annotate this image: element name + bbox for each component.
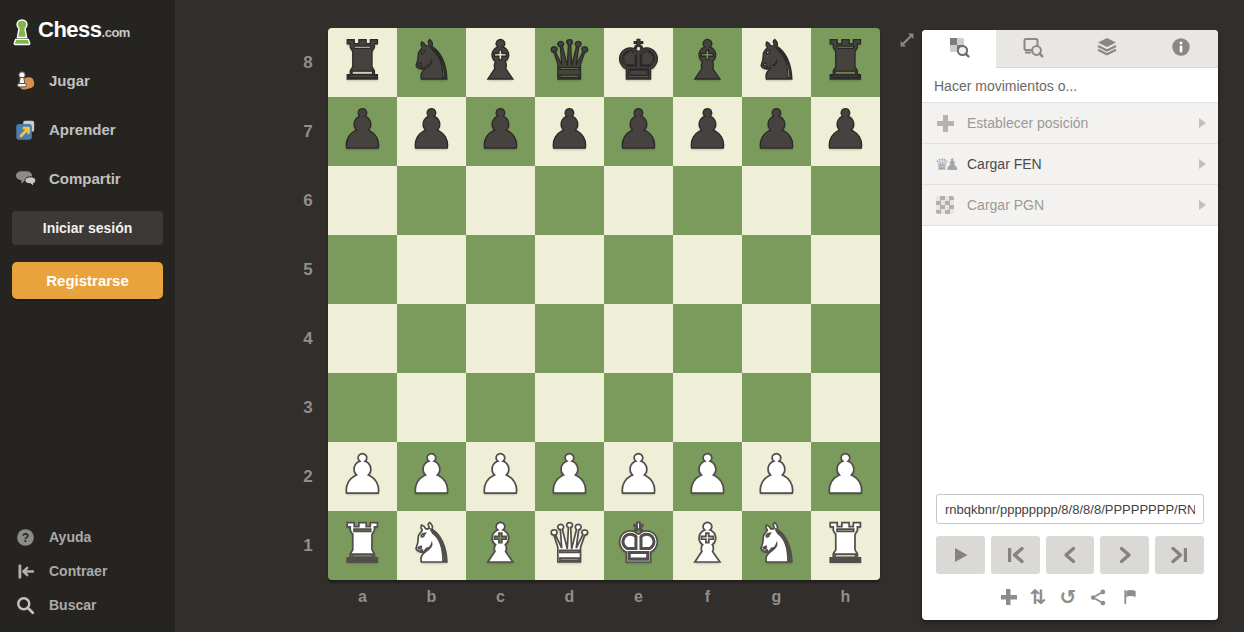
black-knight[interactable]: ♞ <box>742 28 811 97</box>
chevron-right-icon <box>1199 159 1206 169</box>
square-f6[interactable] <box>673 166 742 235</box>
chevron-right-icon <box>1199 200 1206 210</box>
white-bishop[interactable]: ♝ <box>673 511 742 580</box>
square-h1[interactable]: ♜ <box>811 511 880 580</box>
file-label-g: g <box>742 582 811 612</box>
square-h7[interactable]: ♟ <box>811 97 880 166</box>
square-g3[interactable] <box>742 373 811 442</box>
white-pawn[interactable]: ♟ <box>397 442 466 511</box>
square-b6[interactable] <box>397 166 466 235</box>
play-button[interactable] <box>936 536 985 574</box>
white-queen[interactable]: ♛ <box>535 511 604 580</box>
white-pawn[interactable]: ♟ <box>328 442 397 511</box>
brand-name: Chess.com <box>38 17 130 43</box>
go-to-start-button[interactable] <box>991 536 1040 574</box>
rank-label-4: 4 <box>294 304 322 373</box>
file-label-h: h <box>811 582 880 612</box>
action-label: Cargar PGN <box>967 197 1044 213</box>
black-knight[interactable]: ♞ <box>397 28 466 97</box>
next-move-button[interactable] <box>1100 536 1149 574</box>
black-queen[interactable]: ♛ <box>535 28 604 97</box>
black-pawn[interactable]: ♟ <box>466 97 535 166</box>
white-knight[interactable]: ♞ <box>397 511 466 580</box>
sidebar-item-label: Aprender <box>49 121 116 138</box>
search-icon <box>13 593 37 617</box>
square-c1[interactable]: ♝ <box>466 511 535 580</box>
square-b3[interactable] <box>397 373 466 442</box>
black-pawn[interactable]: ♟ <box>604 97 673 166</box>
white-pawn[interactable]: ♟ <box>742 442 811 511</box>
square-h2[interactable]: ♟ <box>811 442 880 511</box>
chesscom-pawn-icon <box>10 18 34 42</box>
rank-label-5: 5 <box>294 235 322 304</box>
file-label-c: c <box>466 582 535 612</box>
black-pawn[interactable]: ♟ <box>397 97 466 166</box>
info-icon <box>1170 36 1192 62</box>
load-pgn-row[interactable]: Cargar PGN <box>922 185 1218 226</box>
black-king[interactable]: ♚ <box>604 28 673 97</box>
file-label-a: a <box>328 582 397 612</box>
square-h8[interactable]: ♜ <box>811 28 880 97</box>
square-h3[interactable] <box>811 373 880 442</box>
footer-item-label: Contraer <box>49 563 107 579</box>
sidebar-item-compartir[interactable]: Compartir <box>0 154 175 203</box>
black-bishop[interactable]: ♝ <box>466 28 535 97</box>
rank-label-3: 3 <box>294 373 322 442</box>
black-pawn[interactable]: ♟ <box>811 97 880 166</box>
plus-icon <box>934 115 956 132</box>
rank-labels: 87654321 <box>294 28 322 580</box>
sidebar-footer-nav: ? Ayuda Contraer Buscar <box>0 520 175 632</box>
black-rook[interactable]: ♜ <box>328 28 397 97</box>
sidebar-item-aprender[interactable]: Aprender <box>0 105 175 154</box>
go-to-end-button[interactable] <box>1155 536 1204 574</box>
square-c4[interactable] <box>466 304 535 373</box>
sidebar-item-label: Compartir <box>49 170 121 187</box>
footer-item-label: Buscar <box>49 597 96 613</box>
black-rook[interactable]: ♜ <box>811 28 880 97</box>
sidebar-item-contraer[interactable]: Contraer <box>0 554 175 588</box>
hand-holding-pawn-icon <box>13 69 37 93</box>
square-f3[interactable] <box>673 373 742 442</box>
square-a3[interactable] <box>328 373 397 442</box>
rank-label-6: 6 <box>294 166 322 235</box>
chevron-right-icon <box>1199 118 1206 128</box>
square-d7[interactable]: ♟ <box>535 97 604 166</box>
square-e7[interactable]: ♟ <box>604 97 673 166</box>
playback-controls <box>922 524 1218 574</box>
square-c5[interactable] <box>466 235 535 304</box>
square-e2[interactable]: ♟ <box>604 442 673 511</box>
square-e8[interactable]: ♚ <box>604 28 673 97</box>
sidebar-item-ayuda[interactable]: ? Ayuda <box>0 520 175 554</box>
square-g8[interactable]: ♞ <box>742 28 811 97</box>
square-d4[interactable] <box>535 304 604 373</box>
tab-analysis-board[interactable] <box>922 30 996 68</box>
square-d2[interactable]: ♟ <box>535 442 604 511</box>
square-h5[interactable] <box>811 235 880 304</box>
square-h4[interactable] <box>811 304 880 373</box>
square-a7[interactable]: ♟ <box>328 97 397 166</box>
white-pawn[interactable]: ♟ <box>466 442 535 511</box>
square-e3[interactable] <box>604 373 673 442</box>
question-circle-icon: ? <box>13 525 37 549</box>
file-label-e: e <box>604 582 673 612</box>
square-a1[interactable]: ♜ <box>328 511 397 580</box>
square-b7[interactable]: ♟ <box>397 97 466 166</box>
chess-board[interactable]: ♜♞♝♛♚♝♞♜♟♟♟♟♟♟♟♟♟♟♟♟♟♟♟♟♜♞♝♛♚♝♞♜ <box>328 28 880 580</box>
square-c6[interactable] <box>466 166 535 235</box>
board-search-icon <box>947 35 971 63</box>
signup-button[interactable]: Registrarse <box>12 262 163 299</box>
rank-label-8: 8 <box>294 28 322 97</box>
collapse-icon <box>13 559 37 583</box>
square-g4[interactable] <box>742 304 811 373</box>
white-knight[interactable]: ♞ <box>742 511 811 580</box>
rank-label-2: 2 <box>294 442 322 511</box>
white-rook[interactable]: ♜ <box>811 511 880 580</box>
square-b4[interactable] <box>397 304 466 373</box>
sidebar-spacer <box>0 299 175 520</box>
square-b5[interactable] <box>397 235 466 304</box>
rank-label-7: 7 <box>294 97 322 166</box>
square-f7[interactable]: ♟ <box>673 97 742 166</box>
app-root: Chess.com Jugar <box>0 0 1244 632</box>
add-icon[interactable] <box>1001 585 1017 609</box>
white-pawn[interactable]: ♟ <box>604 442 673 511</box>
layers-icon <box>1095 35 1119 63</box>
square-d3[interactable] <box>535 373 604 442</box>
square-a2[interactable]: ♟ <box>328 442 397 511</box>
square-c3[interactable] <box>466 373 535 442</box>
util-icons-row: ⇅↺ <box>922 574 1218 620</box>
square-g1[interactable]: ♞ <box>742 511 811 580</box>
sidebar-item-jugar[interactable]: Jugar <box>0 56 175 105</box>
panel-tabs <box>922 30 1218 68</box>
sidebar: Chess.com Jugar <box>0 0 175 632</box>
black-pawn[interactable]: ♟ <box>328 97 397 166</box>
square-f8[interactable]: ♝ <box>673 28 742 97</box>
square-f1[interactable]: ♝ <box>673 511 742 580</box>
square-b8[interactable]: ♞ <box>397 28 466 97</box>
square-g5[interactable] <box>742 235 811 304</box>
sidebar-item-buscar[interactable]: Buscar <box>0 588 175 622</box>
square-e5[interactable] <box>604 235 673 304</box>
action-label: Cargar FEN <box>967 156 1042 172</box>
file-label-f: f <box>673 582 742 612</box>
square-f4[interactable] <box>673 304 742 373</box>
file-label-d: d <box>535 582 604 612</box>
square-d8[interactable]: ♛ <box>535 28 604 97</box>
white-pawn[interactable]: ♟ <box>535 442 604 511</box>
white-rook[interactable]: ♜ <box>328 511 397 580</box>
square-g2[interactable]: ♟ <box>742 442 811 511</box>
file-label-b: b <box>397 582 466 612</box>
chesscom-logo[interactable]: Chess.com <box>0 0 175 52</box>
action-rows: Establecer posición ♛♟ Cargar FEN Cargar… <box>922 102 1218 226</box>
share-icon[interactable] <box>1089 585 1108 609</box>
square-d5[interactable] <box>535 235 604 304</box>
square-e1[interactable]: ♚ <box>604 511 673 580</box>
action-label: Establecer posición <box>967 115 1088 131</box>
rank-label-1: 1 <box>294 511 322 580</box>
black-pawn[interactable]: ♟ <box>535 97 604 166</box>
square-c7[interactable]: ♟ <box>466 97 535 166</box>
login-button[interactable]: Iniciar sesión <box>12 211 163 245</box>
square-a5[interactable] <box>328 235 397 304</box>
square-f2[interactable]: ♟ <box>673 442 742 511</box>
white-king[interactable]: ♚ <box>604 511 673 580</box>
square-a8[interactable]: ♜ <box>328 28 397 97</box>
speech-bubbles-icon <box>13 167 37 191</box>
moves-prompt: Hacer movimientos o... <box>922 68 1218 102</box>
sidebar-item-label: Jugar <box>49 72 90 89</box>
square-g7[interactable]: ♟ <box>742 97 811 166</box>
set-position-row[interactable]: Establecer posición <box>922 103 1218 144</box>
square-b2[interactable]: ♟ <box>397 442 466 511</box>
black-bishop[interactable]: ♝ <box>673 28 742 97</box>
square-a6[interactable] <box>328 166 397 235</box>
square-e4[interactable] <box>604 304 673 373</box>
black-pawn[interactable]: ♟ <box>742 97 811 166</box>
analysis-panel: Hacer movimientos o... Establecer posici… <box>922 30 1218 620</box>
fen-input[interactable] <box>936 494 1204 524</box>
load-fen-row[interactable]: ♛♟ Cargar FEN <box>922 144 1218 185</box>
panel-spacer <box>922 226 1218 494</box>
square-e6[interactable] <box>604 166 673 235</box>
white-pawn[interactable]: ♟ <box>673 442 742 511</box>
tab-explorer[interactable] <box>1070 30 1144 68</box>
report-search-icon <box>1021 35 1045 63</box>
reset-icon[interactable]: ↺ <box>1060 585 1077 609</box>
mini-board-icon <box>934 196 956 214</box>
chess-pieces-icon: ♛♟ <box>934 155 956 174</box>
black-pawn[interactable]: ♟ <box>673 97 742 166</box>
expand-board-icon[interactable] <box>896 29 918 51</box>
previous-move-button[interactable] <box>1046 536 1095 574</box>
square-d6[interactable] <box>535 166 604 235</box>
flip-board-icon[interactable]: ⇅ <box>1030 585 1047 609</box>
tab-game-report[interactable] <box>996 30 1070 68</box>
square-g6[interactable] <box>742 166 811 235</box>
square-f5[interactable] <box>673 235 742 304</box>
arrow-up-right-tile-icon <box>13 118 37 142</box>
square-d1[interactable]: ♛ <box>535 511 604 580</box>
file-labels: abcdefgh <box>328 582 880 612</box>
white-pawn[interactable]: ♟ <box>811 442 880 511</box>
tab-info[interactable] <box>1144 30 1218 68</box>
square-c2[interactable]: ♟ <box>466 442 535 511</box>
square-a4[interactable] <box>328 304 397 373</box>
square-c8[interactable]: ♝ <box>466 28 535 97</box>
svg-text:?: ? <box>21 530 28 544</box>
sidebar-nav: Jugar Aprender <box>0 56 175 203</box>
flag-icon[interactable] <box>1121 585 1139 609</box>
square-b1[interactable]: ♞ <box>397 511 466 580</box>
footer-item-label: Ayuda <box>49 529 91 545</box>
square-h6[interactable] <box>811 166 880 235</box>
white-bishop[interactable]: ♝ <box>466 511 535 580</box>
